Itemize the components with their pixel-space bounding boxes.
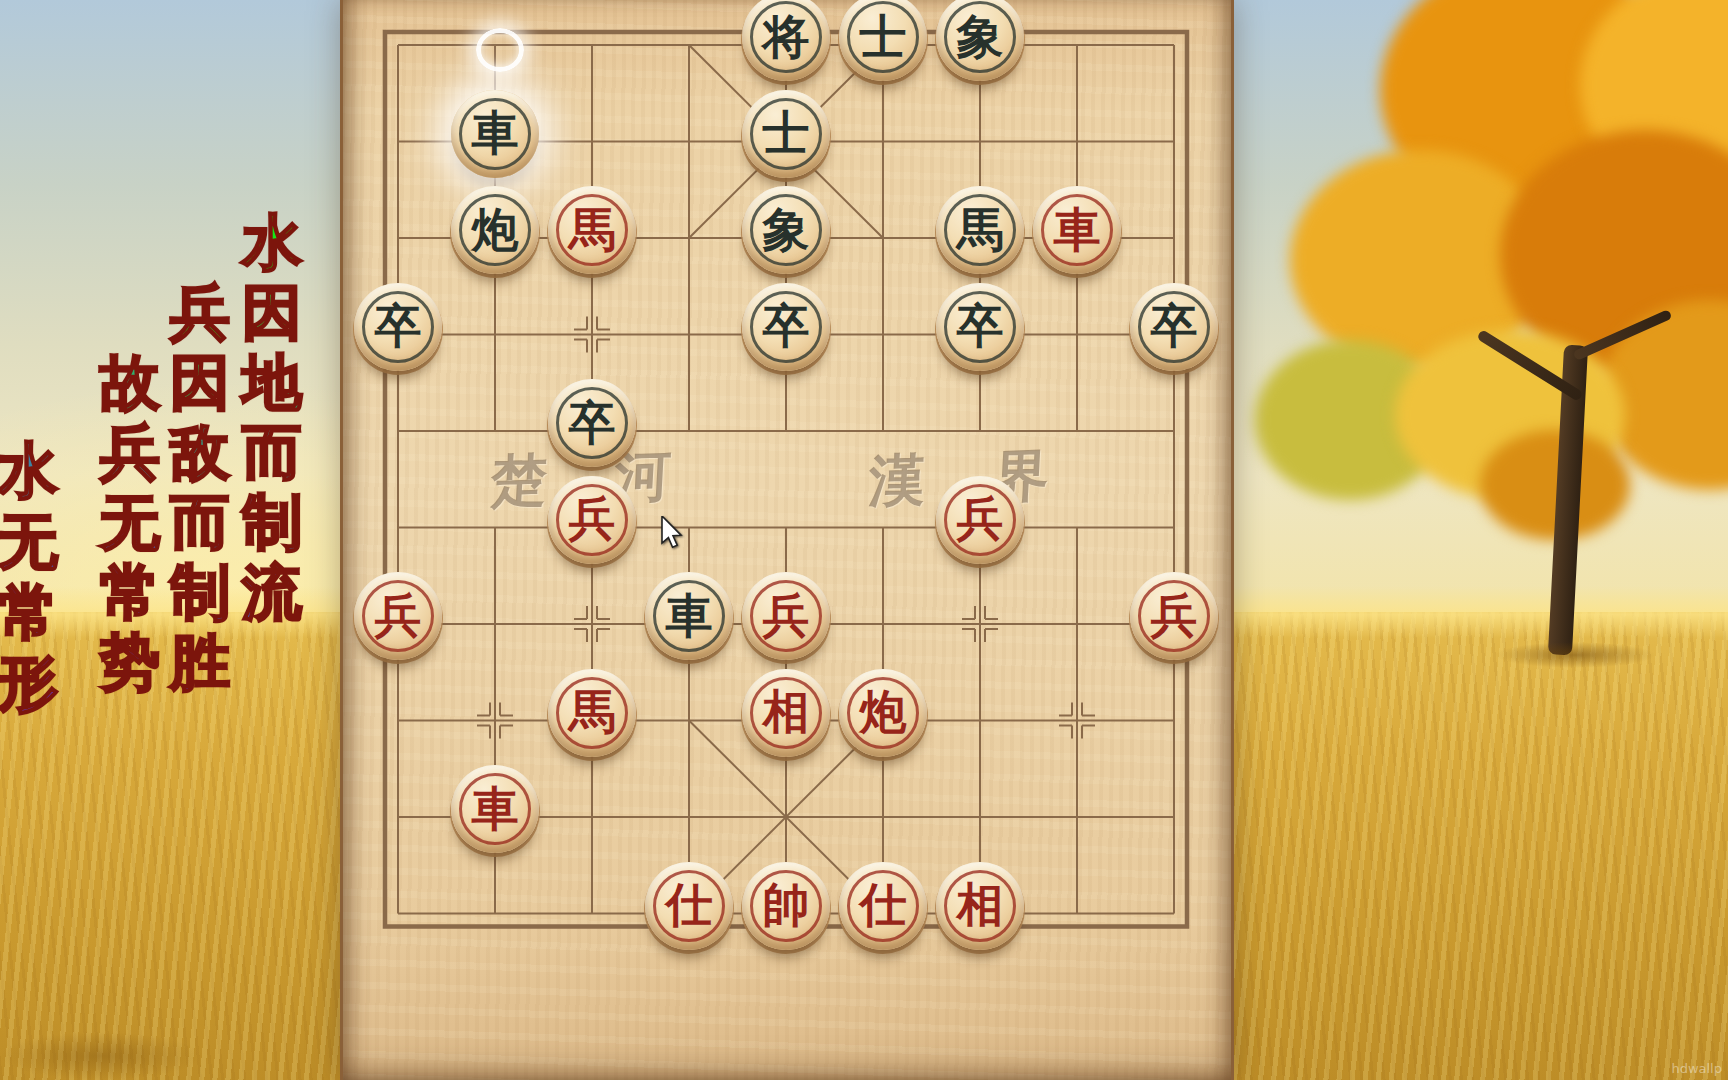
piece-glyph: 車 bbox=[451, 765, 539, 853]
piece-glyph: 兵 bbox=[354, 572, 442, 660]
piece-red-elephant[interactable]: 相 bbox=[742, 669, 830, 757]
piece-glyph: 将 bbox=[742, 0, 830, 81]
piece-glyph: 卒 bbox=[1130, 283, 1218, 371]
piece-black-advisor[interactable]: 士 bbox=[839, 0, 927, 81]
calligraphy-char: 制 bbox=[234, 484, 310, 560]
piece-red-horse[interactable]: 馬 bbox=[548, 186, 636, 274]
piece-red-chariot[interactable]: 車 bbox=[1033, 186, 1121, 274]
calligraphy-char: 水 bbox=[234, 204, 310, 280]
calligraphy-char: 因 bbox=[234, 274, 310, 350]
piece-black-elephant[interactable]: 象 bbox=[936, 0, 1024, 81]
piece-black-soldier[interactable]: 卒 bbox=[742, 283, 830, 371]
calligraphy-char: 敌 bbox=[162, 414, 238, 490]
piece-black-soldier[interactable]: 卒 bbox=[1130, 283, 1218, 371]
piece-glyph: 帥 bbox=[742, 862, 830, 950]
piece-glyph: 兵 bbox=[548, 476, 636, 564]
piece-black-cannon[interactable]: 炮 bbox=[451, 186, 539, 274]
piece-red-cannon[interactable]: 炮 bbox=[839, 669, 927, 757]
piece-glyph: 卒 bbox=[548, 379, 636, 467]
piece-glyph: 相 bbox=[742, 669, 830, 757]
calligraphy-char: 地 bbox=[234, 344, 310, 420]
piece-red-advisor[interactable]: 仕 bbox=[645, 862, 733, 950]
last-move-origin-ring bbox=[476, 28, 524, 72]
xiangqi-board: 楚 河 漢 界 将士象車士炮馬象馬車卒卒卒卒卒兵兵兵車兵兵馬相炮車仕帥仕相 bbox=[340, 0, 1234, 1080]
piece-glyph: 兵 bbox=[936, 476, 1024, 564]
calligraphy-char: 流 bbox=[234, 554, 310, 630]
piece-glyph: 士 bbox=[839, 0, 927, 81]
piece-black-chariot[interactable]: 車 bbox=[645, 572, 733, 660]
piece-red-horse[interactable]: 馬 bbox=[548, 669, 636, 757]
piece-glyph: 仕 bbox=[839, 862, 927, 950]
piece-glyph: 象 bbox=[936, 0, 1024, 81]
piece-glyph: 車 bbox=[645, 572, 733, 660]
watermark: hdwallp bbox=[1671, 1061, 1722, 1076]
piece-glyph: 兵 bbox=[1130, 572, 1218, 660]
piece-glyph: 馬 bbox=[548, 186, 636, 274]
calligraphy-char: 常 bbox=[92, 554, 168, 630]
piece-red-soldier[interactable]: 兵 bbox=[742, 572, 830, 660]
piece-glyph: 相 bbox=[936, 862, 1024, 950]
calligraphy-char: 而 bbox=[234, 414, 310, 490]
calligraphy-char: 兵 bbox=[92, 414, 168, 490]
calligraphy-char: 无 bbox=[0, 503, 66, 579]
piece-black-soldier[interactable]: 卒 bbox=[354, 283, 442, 371]
piece-glyph: 炮 bbox=[451, 186, 539, 274]
piece-glyph: 卒 bbox=[936, 283, 1024, 371]
calligraphy-char: 形 bbox=[0, 645, 66, 721]
calligraphy-char: 故 bbox=[92, 344, 168, 420]
piece-glyph: 馬 bbox=[936, 186, 1024, 274]
piece-red-elephant[interactable]: 相 bbox=[936, 862, 1024, 950]
piece-black-advisor[interactable]: 士 bbox=[742, 90, 830, 178]
calligraphy-char: 制 bbox=[162, 554, 238, 630]
piece-glyph: 象 bbox=[742, 186, 830, 274]
calligraphy-char: 兵 bbox=[162, 274, 238, 350]
piece-red-chariot[interactable]: 車 bbox=[451, 765, 539, 853]
piece-black-horse[interactable]: 馬 bbox=[936, 186, 1024, 274]
calligraphy-char: 而 bbox=[162, 484, 238, 560]
piece-black-elephant[interactable]: 象 bbox=[742, 186, 830, 274]
calligraphy-char: 水 bbox=[0, 432, 66, 508]
piece-glyph: 仕 bbox=[645, 862, 733, 950]
calligraphy-char: 因 bbox=[162, 344, 238, 420]
piece-glyph: 炮 bbox=[839, 669, 927, 757]
piece-black-chariot[interactable]: 車 bbox=[451, 90, 539, 178]
calligraphy-char: 无 bbox=[92, 484, 168, 560]
piece-glyph: 卒 bbox=[742, 283, 830, 371]
piece-glyph: 卒 bbox=[354, 283, 442, 371]
piece-red-advisor[interactable]: 仕 bbox=[839, 862, 927, 950]
piece-black-soldier[interactable]: 卒 bbox=[936, 283, 1024, 371]
game-screenshot: 水因地而制流兵因敌而制胜故兵无常势水无常形 楚 河 漢 界 将士象車士炮馬象馬車… bbox=[0, 0, 1728, 1080]
piece-glyph: 兵 bbox=[742, 572, 830, 660]
calligraphy-char: 常 bbox=[0, 574, 66, 650]
piece-glyph: 士 bbox=[742, 90, 830, 178]
piece-glyph: 車 bbox=[1033, 186, 1121, 274]
piece-red-soldier[interactable]: 兵 bbox=[936, 476, 1024, 564]
piece-glyph: 馬 bbox=[548, 669, 636, 757]
piece-red-soldier[interactable]: 兵 bbox=[548, 476, 636, 564]
calligraphy-char: 势 bbox=[92, 624, 168, 700]
piece-red-soldier[interactable]: 兵 bbox=[354, 572, 442, 660]
piece-black-soldier[interactable]: 卒 bbox=[548, 379, 636, 467]
piece-black-general[interactable]: 将 bbox=[742, 0, 830, 81]
piece-red-soldier[interactable]: 兵 bbox=[1130, 572, 1218, 660]
calligraphy-char: 胜 bbox=[162, 624, 238, 700]
mouse-cursor bbox=[660, 516, 690, 550]
piece-red-general[interactable]: 帥 bbox=[742, 862, 830, 950]
piece-glyph: 車 bbox=[451, 90, 539, 178]
